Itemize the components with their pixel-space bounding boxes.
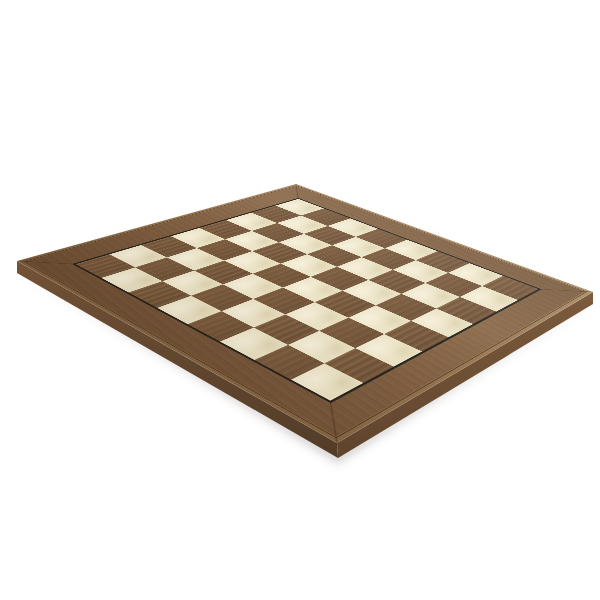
- scene: [0, 0, 600, 600]
